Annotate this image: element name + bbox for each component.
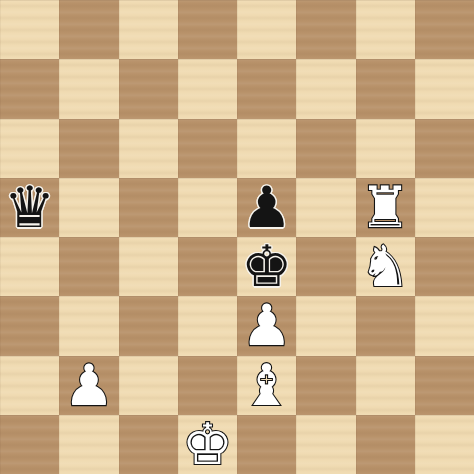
square-b3[interactable] (59, 296, 118, 355)
piece-white-bishop[interactable]: ♝ (237, 356, 296, 415)
square-g1[interactable] (356, 415, 415, 474)
piece-white-king[interactable]: ♚ (178, 415, 237, 474)
square-c5[interactable] (119, 178, 178, 237)
square-h3[interactable] (415, 296, 474, 355)
square-g8[interactable] (356, 0, 415, 59)
square-d6[interactable] (178, 119, 237, 178)
square-e2[interactable]: ♝ (237, 356, 296, 415)
square-f1[interactable] (296, 415, 355, 474)
square-b2[interactable]: ♟ (59, 356, 118, 415)
square-a5[interactable]: ♛ (0, 178, 59, 237)
square-g7[interactable] (356, 59, 415, 118)
square-f2[interactable] (296, 356, 355, 415)
piece-white-pawn[interactable]: ♟ (59, 356, 118, 415)
square-f7[interactable] (296, 59, 355, 118)
square-b6[interactable] (59, 119, 118, 178)
square-h1[interactable] (415, 415, 474, 474)
square-a4[interactable] (0, 237, 59, 296)
square-e7[interactable] (237, 59, 296, 118)
square-h6[interactable] (415, 119, 474, 178)
square-e4[interactable]: ♚ (237, 237, 296, 296)
square-b8[interactable] (59, 0, 118, 59)
square-e3[interactable]: ♟ (237, 296, 296, 355)
square-e8[interactable] (237, 0, 296, 59)
square-a7[interactable] (0, 59, 59, 118)
square-c3[interactable] (119, 296, 178, 355)
square-a3[interactable] (0, 296, 59, 355)
square-e1[interactable] (237, 415, 296, 474)
square-h2[interactable] (415, 356, 474, 415)
piece-black-pawn[interactable]: ♟ (237, 178, 296, 237)
square-c8[interactable] (119, 0, 178, 59)
square-g2[interactable] (356, 356, 415, 415)
square-h5[interactable] (415, 178, 474, 237)
square-g5[interactable]: ♜ (356, 178, 415, 237)
square-f6[interactable] (296, 119, 355, 178)
square-c6[interactable] (119, 119, 178, 178)
square-e5[interactable]: ♟ (237, 178, 296, 237)
square-a2[interactable] (0, 356, 59, 415)
square-a1[interactable] (0, 415, 59, 474)
piece-black-king[interactable]: ♚ (237, 237, 296, 296)
square-g6[interactable] (356, 119, 415, 178)
square-d3[interactable] (178, 296, 237, 355)
piece-white-knight[interactable]: ♞ (356, 237, 415, 296)
piece-white-pawn[interactable]: ♟ (237, 296, 296, 355)
square-f4[interactable] (296, 237, 355, 296)
square-f3[interactable] (296, 296, 355, 355)
square-f8[interactable] (296, 0, 355, 59)
square-b1[interactable] (59, 415, 118, 474)
square-c4[interactable] (119, 237, 178, 296)
square-d8[interactable] (178, 0, 237, 59)
square-d2[interactable] (178, 356, 237, 415)
square-b4[interactable] (59, 237, 118, 296)
square-b5[interactable] (59, 178, 118, 237)
square-d4[interactable] (178, 237, 237, 296)
square-c2[interactable] (119, 356, 178, 415)
piece-black-queen[interactable]: ♛ (0, 178, 59, 237)
square-g3[interactable] (356, 296, 415, 355)
square-d5[interactable] (178, 178, 237, 237)
square-h8[interactable] (415, 0, 474, 59)
square-f5[interactable] (296, 178, 355, 237)
square-h4[interactable] (415, 237, 474, 296)
square-a6[interactable] (0, 119, 59, 178)
square-g4[interactable]: ♞ (356, 237, 415, 296)
square-c7[interactable] (119, 59, 178, 118)
piece-white-rook[interactable]: ♜ (356, 178, 415, 237)
chess-board: ♛♟♜♚♞♟♟♝♚ (0, 0, 474, 474)
square-d1[interactable]: ♚ (178, 415, 237, 474)
square-h7[interactable] (415, 59, 474, 118)
square-d7[interactable] (178, 59, 237, 118)
square-a8[interactable] (0, 0, 59, 59)
square-b7[interactable] (59, 59, 118, 118)
square-c1[interactable] (119, 415, 178, 474)
square-e6[interactable] (237, 119, 296, 178)
